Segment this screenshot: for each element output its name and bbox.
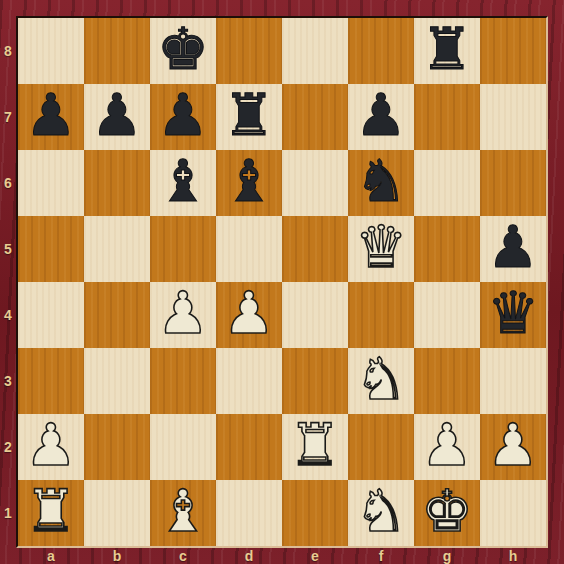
file-label-c: c bbox=[150, 547, 216, 564]
piece-black-king-icon[interactable]: ♚ bbox=[157, 20, 209, 78]
piece-black-knight-icon[interactable]: ♞ bbox=[355, 152, 407, 210]
square-c5[interactable] bbox=[150, 216, 216, 282]
square-a3[interactable] bbox=[18, 348, 84, 414]
square-d6[interactable]: ♝ bbox=[216, 150, 282, 216]
piece-black-pawn-icon[interactable]: ♟ bbox=[25, 86, 77, 144]
square-g8[interactable]: ♜ bbox=[414, 18, 480, 84]
square-d1[interactable] bbox=[216, 480, 282, 546]
file-label-b: b bbox=[84, 547, 150, 564]
square-b1[interactable] bbox=[84, 480, 150, 546]
rank-label-1: 1 bbox=[0, 480, 16, 546]
square-c6[interactable]: ♝ bbox=[150, 150, 216, 216]
square-h2[interactable]: ♟ bbox=[480, 414, 546, 480]
chess-board: ♚♜♟♟♟♜♟♝♝♞♛♟♟♟♛♞♟♜♟♟♜♝♞♚ bbox=[16, 16, 548, 548]
file-label-d: d bbox=[216, 547, 282, 564]
square-d2[interactable] bbox=[216, 414, 282, 480]
piece-white-pawn-icon[interactable]: ♟ bbox=[25, 416, 77, 474]
piece-white-king-icon[interactable]: ♚ bbox=[421, 482, 473, 540]
file-label-g: g bbox=[414, 547, 480, 564]
square-h1[interactable] bbox=[480, 480, 546, 546]
square-b3[interactable] bbox=[84, 348, 150, 414]
square-e4[interactable] bbox=[282, 282, 348, 348]
piece-white-bishop-icon[interactable]: ♝ bbox=[157, 482, 209, 540]
square-a1[interactable]: ♜ bbox=[18, 480, 84, 546]
square-h8[interactable] bbox=[480, 18, 546, 84]
piece-black-pawn-icon[interactable]: ♟ bbox=[487, 218, 539, 276]
square-e7[interactable] bbox=[282, 84, 348, 150]
square-c3[interactable] bbox=[150, 348, 216, 414]
file-label-f: f bbox=[348, 547, 414, 564]
square-f2[interactable] bbox=[348, 414, 414, 480]
square-d7[interactable]: ♜ bbox=[216, 84, 282, 150]
piece-black-bishop-icon[interactable]: ♝ bbox=[157, 152, 209, 210]
piece-white-rook-icon[interactable]: ♜ bbox=[25, 482, 77, 540]
square-g6[interactable] bbox=[414, 150, 480, 216]
square-e2[interactable]: ♜ bbox=[282, 414, 348, 480]
square-b7[interactable]: ♟ bbox=[84, 84, 150, 150]
square-g2[interactable]: ♟ bbox=[414, 414, 480, 480]
piece-black-pawn-icon[interactable]: ♟ bbox=[157, 86, 209, 144]
piece-black-pawn-icon[interactable]: ♟ bbox=[355, 86, 407, 144]
square-h3[interactable] bbox=[480, 348, 546, 414]
square-a7[interactable]: ♟ bbox=[18, 84, 84, 150]
square-c4[interactable]: ♟ bbox=[150, 282, 216, 348]
square-h5[interactable]: ♟ bbox=[480, 216, 546, 282]
square-b4[interactable] bbox=[84, 282, 150, 348]
piece-white-knight-icon[interactable]: ♞ bbox=[355, 482, 407, 540]
rank-label-2: 2 bbox=[0, 414, 16, 480]
square-b2[interactable] bbox=[84, 414, 150, 480]
square-g1[interactable]: ♚ bbox=[414, 480, 480, 546]
piece-white-pawn-icon[interactable]: ♟ bbox=[157, 284, 209, 342]
square-a2[interactable]: ♟ bbox=[18, 414, 84, 480]
square-d8[interactable] bbox=[216, 18, 282, 84]
square-f8[interactable] bbox=[348, 18, 414, 84]
square-h6[interactable] bbox=[480, 150, 546, 216]
square-b8[interactable] bbox=[84, 18, 150, 84]
square-h7[interactable] bbox=[480, 84, 546, 150]
rank-label-3: 3 bbox=[0, 348, 16, 414]
piece-black-bishop-icon[interactable]: ♝ bbox=[223, 152, 275, 210]
square-f3[interactable]: ♞ bbox=[348, 348, 414, 414]
square-c2[interactable] bbox=[150, 414, 216, 480]
file-label-e: e bbox=[282, 547, 348, 564]
piece-white-rook-icon[interactable]: ♜ bbox=[289, 416, 341, 474]
rank-label-5: 5 bbox=[0, 216, 16, 282]
square-c1[interactable]: ♝ bbox=[150, 480, 216, 546]
square-g5[interactable] bbox=[414, 216, 480, 282]
rank-label-4: 4 bbox=[0, 282, 16, 348]
square-f7[interactable]: ♟ bbox=[348, 84, 414, 150]
piece-black-pawn-icon[interactable]: ♟ bbox=[91, 86, 143, 144]
rank-label-8: 8 bbox=[0, 18, 16, 84]
square-e6[interactable] bbox=[282, 150, 348, 216]
piece-black-rook-icon[interactable]: ♜ bbox=[223, 86, 275, 144]
rank-label-6: 6 bbox=[0, 150, 16, 216]
file-label-h: h bbox=[480, 547, 546, 564]
square-h4[interactable]: ♛ bbox=[480, 282, 546, 348]
wooden-frame: ♚♜♟♟♟♜♟♝♝♞♛♟♟♟♛♞♟♜♟♟♜♝♞♚ 87654321abcdefg… bbox=[0, 0, 564, 564]
square-d4[interactable]: ♟ bbox=[216, 282, 282, 348]
square-e5[interactable] bbox=[282, 216, 348, 282]
square-f6[interactable]: ♞ bbox=[348, 150, 414, 216]
piece-white-pawn-icon[interactable]: ♟ bbox=[421, 416, 473, 474]
square-f1[interactable]: ♞ bbox=[348, 480, 414, 546]
square-e3[interactable] bbox=[282, 348, 348, 414]
square-a4[interactable] bbox=[18, 282, 84, 348]
piece-white-knight-icon[interactable]: ♞ bbox=[355, 350, 407, 408]
piece-white-pawn-icon[interactable]: ♟ bbox=[223, 284, 275, 342]
piece-white-queen-icon[interactable]: ♛ bbox=[355, 218, 407, 276]
square-b6[interactable] bbox=[84, 150, 150, 216]
piece-black-queen-icon[interactable]: ♛ bbox=[487, 284, 539, 342]
square-c8[interactable]: ♚ bbox=[150, 18, 216, 84]
piece-black-rook-icon[interactable]: ♜ bbox=[421, 20, 473, 78]
square-e1[interactable] bbox=[282, 480, 348, 546]
square-a5[interactable] bbox=[18, 216, 84, 282]
square-c7[interactable]: ♟ bbox=[150, 84, 216, 150]
square-e8[interactable] bbox=[282, 18, 348, 84]
square-d5[interactable] bbox=[216, 216, 282, 282]
square-a8[interactable] bbox=[18, 18, 84, 84]
square-d3[interactable] bbox=[216, 348, 282, 414]
rank-label-7: 7 bbox=[0, 84, 16, 150]
square-f5[interactable]: ♛ bbox=[348, 216, 414, 282]
file-label-a: a bbox=[18, 547, 84, 564]
square-g3[interactable] bbox=[414, 348, 480, 414]
piece-white-pawn-icon[interactable]: ♟ bbox=[487, 416, 539, 474]
square-g7[interactable] bbox=[414, 84, 480, 150]
square-b5[interactable] bbox=[84, 216, 150, 282]
square-a6[interactable] bbox=[18, 150, 84, 216]
square-g4[interactable] bbox=[414, 282, 480, 348]
square-f4[interactable] bbox=[348, 282, 414, 348]
